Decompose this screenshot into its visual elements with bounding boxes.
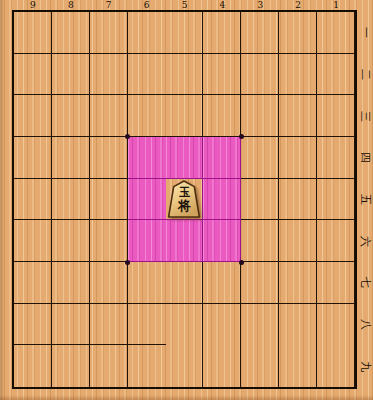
square-9二[interactable] <box>14 54 52 96</box>
file-label-4: 4 <box>203 0 241 10</box>
square-9六[interactable] <box>14 220 52 262</box>
square-4九[interactable] <box>203 345 241 387</box>
star-point-bottom-left <box>125 260 130 265</box>
square-7五[interactable] <box>90 179 128 221</box>
square-9五[interactable] <box>14 179 52 221</box>
square-9八[interactable] <box>14 304 52 346</box>
square-2三[interactable] <box>279 95 317 137</box>
square-2六[interactable] <box>279 220 317 262</box>
file-label-7: 7 <box>90 0 128 10</box>
square-3七[interactable] <box>241 262 279 304</box>
square-8八[interactable] <box>52 304 90 346</box>
square-5六[interactable] <box>166 220 204 262</box>
square-1六[interactable] <box>317 220 355 262</box>
square-6五[interactable] <box>128 179 166 221</box>
square-8一[interactable] <box>52 12 90 54</box>
square-1九[interactable] <box>317 345 355 387</box>
file-labels: 987654321 <box>14 0 355 10</box>
square-2八[interactable] <box>279 304 317 346</box>
square-4一[interactable] <box>203 12 241 54</box>
square-1一[interactable] <box>317 12 355 54</box>
square-3八[interactable] <box>241 304 279 346</box>
square-3九[interactable] <box>241 345 279 387</box>
rank-label-4: 四 <box>357 137 373 179</box>
square-3六[interactable] <box>241 220 279 262</box>
square-8二[interactable] <box>52 54 90 96</box>
square-4六[interactable] <box>203 220 241 262</box>
square-2二[interactable] <box>279 54 317 96</box>
square-8五[interactable] <box>52 179 90 221</box>
square-1七[interactable] <box>317 262 355 304</box>
rank-label-9: 九 <box>357 345 373 387</box>
square-3四[interactable] <box>241 137 279 179</box>
square-5二[interactable] <box>166 54 204 96</box>
star-point-bottom-right <box>239 260 244 265</box>
file-label-5: 5 <box>166 0 204 10</box>
square-7四[interactable] <box>90 137 128 179</box>
square-5一[interactable] <box>166 12 204 54</box>
square-4八[interactable] <box>203 304 241 346</box>
square-5八[interactable] <box>166 304 204 346</box>
square-2一[interactable] <box>279 12 317 54</box>
square-6九[interactable] <box>128 345 166 387</box>
shogi-piece-king[interactable]: 玉 将 <box>167 180 201 218</box>
square-4五[interactable] <box>203 179 241 221</box>
square-1二[interactable] <box>317 54 355 96</box>
square-9三[interactable] <box>14 95 52 137</box>
square-8三[interactable] <box>52 95 90 137</box>
square-5七[interactable] <box>166 262 204 304</box>
rank-label-1: 一 <box>357 12 373 54</box>
square-5三[interactable] <box>166 95 204 137</box>
square-9一[interactable] <box>14 12 52 54</box>
rank-label-8: 八 <box>357 304 373 346</box>
file-label-2: 2 <box>279 0 317 10</box>
rank-label-3: 三 <box>357 95 373 137</box>
rank-label-2: 二 <box>357 54 373 96</box>
file-label-3: 3 <box>241 0 279 10</box>
square-8九[interactable] <box>52 345 90 387</box>
square-1八[interactable] <box>317 304 355 346</box>
square-8四[interactable] <box>52 137 90 179</box>
square-1四[interactable] <box>317 137 355 179</box>
piece-slot-5-5: 玉 将 <box>166 179 204 221</box>
square-2九[interactable] <box>279 345 317 387</box>
square-6八[interactable] <box>128 304 166 346</box>
square-8六[interactable] <box>52 220 90 262</box>
square-5九[interactable] <box>166 345 204 387</box>
square-5四[interactable] <box>166 137 204 179</box>
square-2七[interactable] <box>279 262 317 304</box>
square-3三[interactable] <box>241 95 279 137</box>
shogi-board-screen: 987654321 一二三四五六七八九 <box>0 0 373 400</box>
file-label-9: 9 <box>14 0 52 10</box>
square-7二[interactable] <box>90 54 128 96</box>
file-label-8: 8 <box>52 0 90 10</box>
rank-label-7: 七 <box>357 262 373 304</box>
square-9九[interactable] <box>14 345 52 387</box>
square-7一[interactable] <box>90 12 128 54</box>
square-6三[interactable] <box>128 95 166 137</box>
shogi-board: 玉 将 <box>12 10 357 389</box>
square-7七[interactable] <box>90 262 128 304</box>
square-4三[interactable] <box>203 95 241 137</box>
square-6四[interactable] <box>128 137 166 179</box>
square-6七[interactable] <box>128 262 166 304</box>
rank-label-6: 六 <box>357 220 373 262</box>
file-label-1: 1 <box>317 0 355 10</box>
square-2五[interactable] <box>279 179 317 221</box>
square-1五[interactable] <box>317 179 355 221</box>
square-2四[interactable] <box>279 137 317 179</box>
square-4二[interactable] <box>203 54 241 96</box>
square-6二[interactable] <box>128 54 166 96</box>
square-9七[interactable] <box>14 262 52 304</box>
file-label-6: 6 <box>128 0 166 10</box>
square-1三[interactable] <box>317 95 355 137</box>
square-4七[interactable] <box>203 262 241 304</box>
rank-labels: 一二三四五六七八九 <box>357 12 373 387</box>
square-3二[interactable] <box>241 54 279 96</box>
square-3五[interactable] <box>241 179 279 221</box>
square-6六[interactable] <box>128 220 166 262</box>
square-8七[interactable] <box>52 262 90 304</box>
square-9四[interactable] <box>14 137 52 179</box>
square-3一[interactable] <box>241 12 279 54</box>
square-7六[interactable] <box>90 220 128 262</box>
square-4四[interactable] <box>203 137 241 179</box>
square-7九[interactable] <box>90 345 128 387</box>
rank-label-5: 五 <box>357 179 373 221</box>
square-7八[interactable] <box>90 304 128 346</box>
square-6一[interactable] <box>128 12 166 54</box>
piece-kanji-bottom: 将 <box>178 199 191 213</box>
piece-kanji: 玉 将 <box>167 180 201 218</box>
square-7三[interactable] <box>90 95 128 137</box>
